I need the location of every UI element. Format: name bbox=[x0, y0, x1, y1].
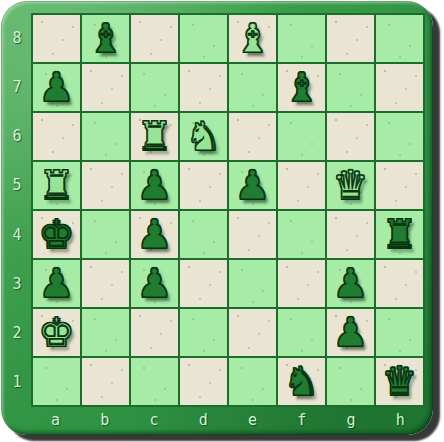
square-b5[interactable] bbox=[82, 162, 129, 209]
square-h6[interactable] bbox=[376, 113, 423, 160]
file-label-d: d bbox=[179, 407, 228, 433]
square-f5[interactable] bbox=[278, 162, 325, 209]
square-h2[interactable] bbox=[376, 309, 423, 356]
square-g2[interactable]: ♟ bbox=[327, 309, 374, 356]
piece-black-king[interactable]: ♚ bbox=[39, 211, 75, 258]
piece-white-knight[interactable]: ♞ bbox=[186, 113, 222, 160]
piece-black-rook[interactable]: ♜ bbox=[382, 211, 418, 258]
square-h8[interactable] bbox=[376, 15, 423, 62]
square-c2[interactable] bbox=[131, 309, 178, 356]
rank-label-4: 4 bbox=[3, 210, 31, 259]
piece-black-pawn[interactable]: ♟ bbox=[333, 260, 369, 307]
square-g1[interactable] bbox=[327, 358, 374, 405]
file-label-g: g bbox=[327, 407, 376, 433]
square-e5[interactable]: ♟ bbox=[229, 162, 276, 209]
square-c3[interactable]: ♟ bbox=[131, 260, 178, 307]
square-c1[interactable] bbox=[131, 358, 178, 405]
square-h3[interactable] bbox=[376, 260, 423, 307]
square-b2[interactable] bbox=[82, 309, 129, 356]
square-e1[interactable] bbox=[229, 358, 276, 405]
square-f7[interactable]: ♝ bbox=[278, 64, 325, 111]
square-c4[interactable]: ♟ bbox=[131, 211, 178, 258]
square-b4[interactable] bbox=[82, 211, 129, 258]
rank-label-6: 6 bbox=[3, 112, 31, 161]
rank-labels: 87654321 bbox=[3, 13, 31, 407]
square-g8[interactable] bbox=[327, 15, 374, 62]
square-d2[interactable] bbox=[180, 309, 227, 356]
piece-black-queen[interactable]: ♛ bbox=[382, 358, 418, 405]
square-h1[interactable]: ♛ bbox=[376, 358, 423, 405]
piece-white-bishop[interactable]: ♝ bbox=[235, 15, 271, 62]
file-labels: abcdefgh bbox=[31, 407, 425, 433]
square-e6[interactable] bbox=[229, 113, 276, 160]
square-g3[interactable]: ♟ bbox=[327, 260, 374, 307]
square-c7[interactable] bbox=[131, 64, 178, 111]
file-label-b: b bbox=[80, 407, 129, 433]
square-g6[interactable] bbox=[327, 113, 374, 160]
square-a6[interactable] bbox=[33, 113, 80, 160]
piece-black-pawn[interactable]: ♟ bbox=[137, 260, 173, 307]
square-h5[interactable] bbox=[376, 162, 423, 209]
file-label-e: e bbox=[228, 407, 277, 433]
square-a8[interactable] bbox=[33, 15, 80, 62]
square-a5[interactable]: ♜ bbox=[33, 162, 80, 209]
piece-black-knight[interactable]: ♞ bbox=[284, 358, 320, 405]
square-f3[interactable] bbox=[278, 260, 325, 307]
square-f6[interactable] bbox=[278, 113, 325, 160]
square-d5[interactable] bbox=[180, 162, 227, 209]
rank-label-7: 7 bbox=[3, 62, 31, 111]
square-e4[interactable] bbox=[229, 211, 276, 258]
square-f4[interactable] bbox=[278, 211, 325, 258]
square-f8[interactable] bbox=[278, 15, 325, 62]
square-g4[interactable] bbox=[327, 211, 374, 258]
square-a2[interactable]: ♚ bbox=[33, 309, 80, 356]
rank-label-1: 1 bbox=[3, 358, 31, 407]
square-c5[interactable]: ♟ bbox=[131, 162, 178, 209]
square-d3[interactable] bbox=[180, 260, 227, 307]
chess-app-window: 87654321 ♝♝♟♝♜♞♜♟♟♛♚♟♜♟♟♟♚♟♞♛ abcdefgh bbox=[0, 0, 444, 442]
file-label-f: f bbox=[277, 407, 326, 433]
square-a1[interactable] bbox=[33, 358, 80, 405]
square-a4[interactable]: ♚ bbox=[33, 211, 80, 258]
square-g5[interactable]: ♛ bbox=[327, 162, 374, 209]
square-b6[interactable] bbox=[82, 113, 129, 160]
square-f2[interactable] bbox=[278, 309, 325, 356]
square-d1[interactable] bbox=[180, 358, 227, 405]
piece-white-rook[interactable]: ♜ bbox=[39, 162, 75, 209]
board-frame: 87654321 ♝♝♟♝♜♞♜♟♟♛♚♟♜♟♟♟♚♟♞♛ abcdefgh bbox=[1, 1, 433, 435]
square-c6[interactable]: ♜ bbox=[131, 113, 178, 160]
square-e8[interactable]: ♝ bbox=[229, 15, 276, 62]
square-h7[interactable] bbox=[376, 64, 423, 111]
square-e3[interactable] bbox=[229, 260, 276, 307]
square-d7[interactable] bbox=[180, 64, 227, 111]
piece-black-pawn[interactable]: ♟ bbox=[137, 162, 173, 209]
square-c8[interactable] bbox=[131, 15, 178, 62]
square-b3[interactable] bbox=[82, 260, 129, 307]
file-label-h: h bbox=[376, 407, 425, 433]
file-label-a: a bbox=[31, 407, 80, 433]
rank-label-3: 3 bbox=[3, 259, 31, 308]
piece-black-pawn[interactable]: ♟ bbox=[137, 211, 173, 258]
piece-black-pawn[interactable]: ♟ bbox=[235, 162, 271, 209]
rank-label-8: 8 bbox=[3, 13, 31, 62]
piece-white-rook[interactable]: ♜ bbox=[137, 113, 173, 160]
file-label-c: c bbox=[130, 407, 179, 433]
square-f1[interactable]: ♞ bbox=[278, 358, 325, 405]
square-a3[interactable]: ♟ bbox=[33, 260, 80, 307]
piece-black-bishop[interactable]: ♝ bbox=[88, 15, 124, 62]
piece-black-pawn[interactable]: ♟ bbox=[39, 260, 75, 307]
square-d4[interactable] bbox=[180, 211, 227, 258]
square-e2[interactable] bbox=[229, 309, 276, 356]
piece-white-queen[interactable]: ♛ bbox=[333, 162, 369, 209]
square-h4[interactable]: ♜ bbox=[376, 211, 423, 258]
square-e7[interactable] bbox=[229, 64, 276, 111]
square-d8[interactable] bbox=[180, 15, 227, 62]
piece-black-pawn[interactable]: ♟ bbox=[333, 309, 369, 356]
rank-label-5: 5 bbox=[3, 161, 31, 210]
chess-board: ♝♝♟♝♜♞♜♟♟♛♚♟♜♟♟♟♚♟♞♛ bbox=[31, 13, 425, 407]
square-b7[interactable] bbox=[82, 64, 129, 111]
square-b1[interactable] bbox=[82, 358, 129, 405]
piece-black-pawn[interactable]: ♟ bbox=[39, 64, 75, 111]
square-d6[interactable]: ♞ bbox=[180, 113, 227, 160]
square-g7[interactable] bbox=[327, 64, 374, 111]
piece-white-king[interactable]: ♚ bbox=[39, 309, 75, 356]
square-a7[interactable]: ♟ bbox=[33, 64, 80, 111]
square-b8[interactable]: ♝ bbox=[82, 15, 129, 62]
rank-label-2: 2 bbox=[3, 309, 31, 358]
piece-black-bishop[interactable]: ♝ bbox=[284, 64, 320, 111]
